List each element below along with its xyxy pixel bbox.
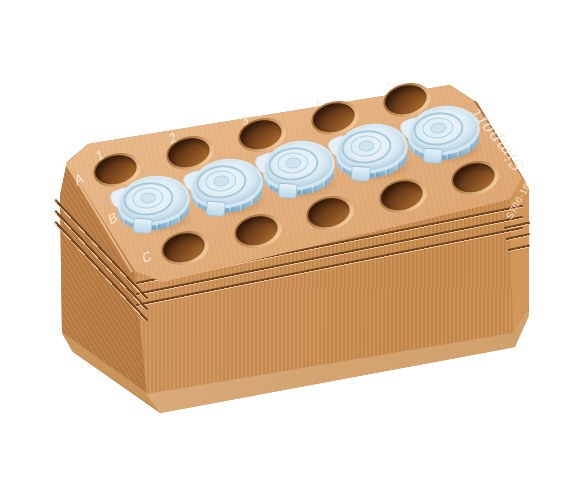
column-label-5: 5 xyxy=(384,76,395,94)
product-photo-scene: ABC12345 Simport S700-16 xyxy=(0,0,588,483)
